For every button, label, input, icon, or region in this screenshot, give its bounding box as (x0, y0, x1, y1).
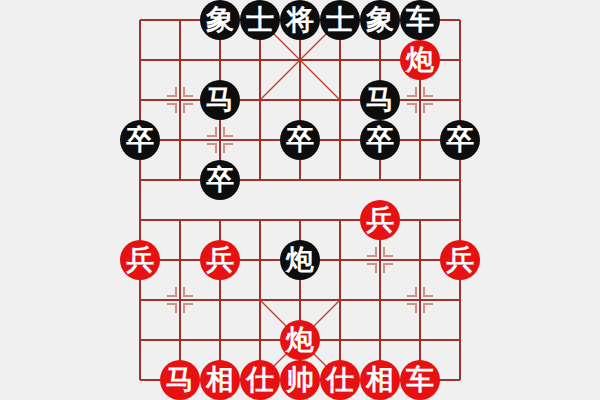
piece-black-elephant[interactable]: 象 (200, 0, 240, 40)
piece-grid: 象士将士象车炮马马卒卒卒卒卒兵兵兵炮兵炮马相仕帅仕相车 (120, 0, 480, 400)
piece-red-soldier[interactable]: 兵 (440, 240, 480, 280)
piece-black-soldier[interactable]: 卒 (360, 120, 400, 160)
piece-black-general[interactable]: 将 (280, 0, 320, 40)
piece-red-advisor[interactable]: 仕 (240, 360, 280, 400)
piece-black-cannon[interactable]: 炮 (280, 240, 320, 280)
piece-black-horse[interactable]: 马 (360, 80, 400, 120)
piece-black-soldier[interactable]: 卒 (120, 120, 160, 160)
piece-red-elephant[interactable]: 相 (200, 360, 240, 400)
piece-red-horse[interactable]: 马 (160, 360, 200, 400)
piece-red-cannon[interactable]: 炮 (280, 320, 320, 360)
piece-black-advisor[interactable]: 士 (240, 0, 280, 40)
piece-red-chariot[interactable]: 车 (400, 360, 440, 400)
piece-black-soldier[interactable]: 卒 (440, 120, 480, 160)
piece-black-soldier[interactable]: 卒 (280, 120, 320, 160)
xiangqi-board: 象士将士象车炮马马卒卒卒卒卒兵兵兵炮兵炮马相仕帅仕相车 (0, 0, 600, 400)
piece-black-elephant[interactable]: 象 (360, 0, 400, 40)
piece-red-advisor[interactable]: 仕 (320, 360, 360, 400)
piece-red-general[interactable]: 帅 (280, 360, 320, 400)
piece-red-elephant[interactable]: 相 (360, 360, 400, 400)
piece-black-soldier[interactable]: 卒 (200, 160, 240, 200)
piece-red-cannon[interactable]: 炮 (400, 40, 440, 80)
piece-red-soldier[interactable]: 兵 (360, 200, 400, 240)
piece-black-advisor[interactable]: 士 (320, 0, 360, 40)
piece-black-horse[interactable]: 马 (200, 80, 240, 120)
piece-black-chariot[interactable]: 车 (400, 0, 440, 40)
piece-red-soldier[interactable]: 兵 (120, 240, 160, 280)
piece-red-soldier[interactable]: 兵 (200, 240, 240, 280)
